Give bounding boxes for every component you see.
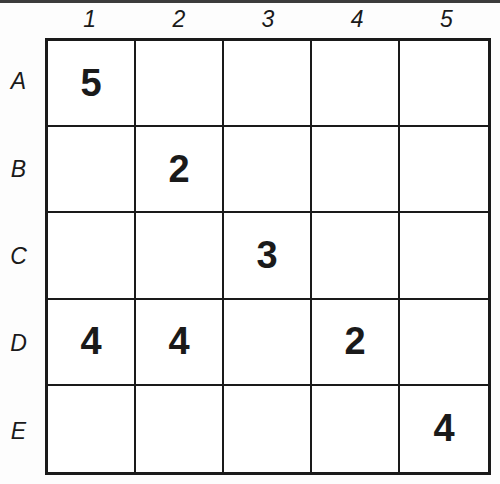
cell-B3[interactable] xyxy=(224,127,312,213)
column-labels: 12345 xyxy=(45,3,491,38)
cell-B1[interactable] xyxy=(48,127,136,213)
cell-E5[interactable]: 4 xyxy=(400,386,488,472)
cell-E2[interactable] xyxy=(136,386,224,472)
cell-C5[interactable] xyxy=(400,213,488,299)
cell-B4[interactable] xyxy=(312,127,400,213)
cell-A2[interactable] xyxy=(136,41,224,127)
col-label-4: 4 xyxy=(313,6,402,38)
puzzle-layout: 12345 ABCDE 5234424 xyxy=(0,3,500,475)
cell-D5[interactable] xyxy=(400,300,488,386)
puzzle-board: 5234424 xyxy=(45,38,491,475)
row-label-D: D xyxy=(0,300,45,387)
cell-D2[interactable]: 4 xyxy=(136,300,224,386)
cell-C3[interactable]: 3 xyxy=(224,213,312,299)
col-label-5: 5 xyxy=(402,6,491,38)
cell-D4[interactable]: 2 xyxy=(312,300,400,386)
row-label-A: A xyxy=(0,38,45,125)
row-label-E: E xyxy=(0,388,45,475)
col-label-3: 3 xyxy=(223,6,312,38)
col-label-2: 2 xyxy=(134,6,223,38)
cell-D3[interactable] xyxy=(224,300,312,386)
cell-E3[interactable] xyxy=(224,386,312,472)
row-label-B: B xyxy=(0,125,45,212)
cell-C2[interactable] xyxy=(136,213,224,299)
row-labels: ABCDE xyxy=(0,38,45,475)
cell-A5[interactable] xyxy=(400,41,488,127)
cell-C1[interactable] xyxy=(48,213,136,299)
corner-spacer xyxy=(0,3,45,38)
cell-C4[interactable] xyxy=(312,213,400,299)
cell-E4[interactable] xyxy=(312,386,400,472)
cell-A3[interactable] xyxy=(224,41,312,127)
row-label-C: C xyxy=(0,213,45,300)
cell-A4[interactable] xyxy=(312,41,400,127)
col-label-1: 1 xyxy=(45,6,134,38)
cell-A1[interactable]: 5 xyxy=(48,41,136,127)
cell-B5[interactable] xyxy=(400,127,488,213)
cell-E1[interactable] xyxy=(48,386,136,472)
cell-D1[interactable]: 4 xyxy=(48,300,136,386)
cell-B2[interactable]: 2 xyxy=(136,127,224,213)
